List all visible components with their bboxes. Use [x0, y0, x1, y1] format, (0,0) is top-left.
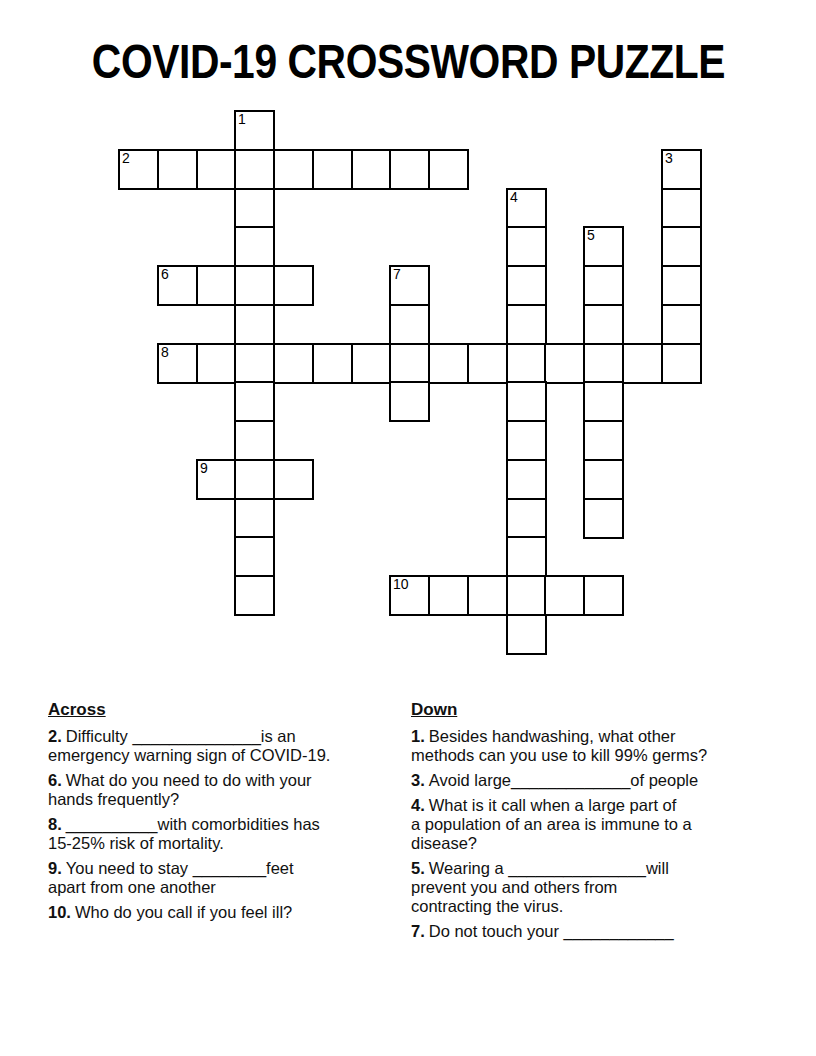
- clue-across-9: 9.You need to stay ________feetapart fro…: [48, 859, 404, 897]
- clue-line: apart from one another: [48, 878, 404, 897]
- clue-line: emergency warning sign of COVID-19.: [48, 746, 404, 765]
- grid-clue-number-4: 4: [510, 190, 518, 205]
- clue-number-label: 3.: [411, 771, 425, 789]
- down-clues-section: Down 1.Besides handwashing, what otherme…: [411, 700, 779, 947]
- grid-cell-r4c10[interactable]: [506, 265, 547, 306]
- down-heading: Down: [411, 700, 779, 720]
- page: { "game": "crossword", "title": "COVID-1…: [0, 0, 816, 1056]
- grid-cell-r1c4[interactable]: [273, 149, 314, 190]
- grid-cell-r1c8[interactable]: [428, 149, 469, 190]
- grid-cell-r6c11[interactable]: [544, 343, 585, 384]
- puzzle-title: COVID-19 CROSSWORD PUZZLE: [91, 34, 724, 89]
- clue-line: 5.Wearing a _______________will: [411, 859, 779, 878]
- grid-cell-r1c7[interactable]: [389, 149, 430, 190]
- grid-cell-r12c12[interactable]: [583, 575, 624, 616]
- clue-line: 9.You need to stay ________feet: [48, 859, 404, 878]
- grid-cell-r12c3[interactable]: [234, 575, 275, 616]
- clue-line: 8.__________with comorbidities has: [48, 815, 404, 834]
- grid-cell-r6c7[interactable]: [389, 343, 430, 384]
- clue-line: a population of an area is immune to a: [411, 815, 779, 834]
- grid-cell-r9c3[interactable]: [234, 459, 275, 500]
- grid-clue-number-7: 7: [393, 267, 401, 282]
- grid-cell-r6c6[interactable]: [351, 343, 392, 384]
- clue-down-4: 4.What is it call when a large part ofa …: [411, 796, 779, 853]
- clue-number-label: 7.: [411, 922, 425, 940]
- grid-clue-number-2: 2: [122, 151, 130, 166]
- grid-cell-r2c14[interactable]: [661, 188, 702, 229]
- grid-cell-r6c8[interactable]: [428, 343, 469, 384]
- grid-cell-r9c12[interactable]: [583, 459, 624, 500]
- clue-line: 1.Besides handwashing, what other: [411, 727, 779, 746]
- grid-cell-r12c7[interactable]: 10: [389, 575, 430, 616]
- clue-number-label: 5.: [411, 859, 425, 877]
- grid-cell-r4c2[interactable]: [196, 265, 237, 306]
- grid-cell-r0c3[interactable]: 1: [234, 110, 275, 151]
- grid-cell-r7c10[interactable]: [506, 381, 547, 422]
- clue-down-5: 5.Wearing a _______________willprevent y…: [411, 859, 779, 916]
- grid-cell-r4c1[interactable]: 6: [157, 265, 198, 306]
- clue-number-label: 9.: [48, 859, 62, 877]
- crossword-grid: 12345678910: [118, 110, 704, 658]
- grid-cell-r10c12[interactable]: [583, 498, 624, 539]
- clue-line: 6.What do you need to do with your: [48, 771, 404, 790]
- grid-cell-r6c10[interactable]: [506, 343, 547, 384]
- clue-number-label: 6.: [48, 771, 62, 789]
- grid-cell-r5c3[interactable]: [234, 304, 275, 345]
- grid-cell-r7c12[interactable]: [583, 381, 624, 422]
- grid-cell-r1c2[interactable]: [196, 149, 237, 190]
- grid-cell-r6c2[interactable]: [196, 343, 237, 384]
- clue-number-label: 8.: [48, 815, 62, 833]
- clue-line: prevent you and others from: [411, 878, 779, 897]
- grid-cell-r6c13[interactable]: [622, 343, 663, 384]
- grid-clue-number-8: 8: [161, 345, 169, 360]
- grid-cell-r8c12[interactable]: [583, 420, 624, 461]
- grid-cell-r2c3[interactable]: [234, 188, 275, 229]
- grid-cell-r12c10[interactable]: [506, 575, 547, 616]
- grid-cell-r10c3[interactable]: [234, 498, 275, 539]
- grid-cell-r7c7[interactable]: [389, 381, 430, 422]
- grid-cell-r5c12[interactable]: [583, 304, 624, 345]
- grid-cell-r5c7[interactable]: [389, 304, 430, 345]
- grid-cell-r8c3[interactable]: [234, 420, 275, 461]
- grid-cell-r1c3[interactable]: [234, 149, 275, 190]
- grid-cell-r10c10[interactable]: [506, 498, 547, 539]
- grid-cell-r2c10[interactable]: 4: [506, 188, 547, 229]
- clue-across-10: 10.Who do you call if you feel ill?: [48, 903, 404, 922]
- grid-cell-r11c10[interactable]: [506, 536, 547, 577]
- title-bar: COVID-19 CROSSWORD PUZZLE: [0, 34, 816, 89]
- grid-cell-r6c1[interactable]: 8: [157, 343, 198, 384]
- grid-cell-r6c5[interactable]: [312, 343, 353, 384]
- grid-clue-number-6: 6: [161, 267, 169, 282]
- grid-cell-r1c6[interactable]: [351, 149, 392, 190]
- grid-cell-r4c7[interactable]: 7: [389, 265, 430, 306]
- clue-line: 3.Avoid large_____________of people: [411, 771, 779, 790]
- grid-cell-r12c11[interactable]: [544, 575, 585, 616]
- grid-clue-number-3: 3: [665, 151, 673, 166]
- grid-cell-r8c10[interactable]: [506, 420, 547, 461]
- grid-cell-r9c10[interactable]: [506, 459, 547, 500]
- grid-cell-r4c12[interactable]: [583, 265, 624, 306]
- clue-line: 2.Difficulty ______________is an: [48, 727, 404, 746]
- grid-cell-r6c4[interactable]: [273, 343, 314, 384]
- grid-cell-r1c0[interactable]: 2: [118, 149, 159, 190]
- grid-cell-r6c14[interactable]: [661, 343, 702, 384]
- grid-cell-r4c3[interactable]: [234, 265, 275, 306]
- grid-cell-r12c9[interactable]: [467, 575, 508, 616]
- clue-number-label: 1.: [411, 727, 425, 745]
- grid-cell-r3c12[interactable]: 5: [583, 226, 624, 267]
- clue-across-8: 8.__________with comorbidities has15-25%…: [48, 815, 404, 853]
- clue-line: disease?: [411, 834, 779, 853]
- grid-cell-r3c3[interactable]: [234, 226, 275, 267]
- clue-line: 4.What is it call when a large part of: [411, 796, 779, 815]
- grid-cell-r5c10[interactable]: [506, 304, 547, 345]
- grid-cell-r6c12[interactable]: [583, 343, 624, 384]
- clue-across-2: 2.Difficulty ______________is anemergenc…: [48, 727, 404, 765]
- grid-cell-r6c3[interactable]: [234, 343, 275, 384]
- grid-cell-r11c3[interactable]: [234, 536, 275, 577]
- clue-line: 7.Do not touch your ____________: [411, 922, 779, 941]
- clue-number-label: 10.: [48, 903, 71, 921]
- clue-line: 10.Who do you call if you feel ill?: [48, 903, 404, 922]
- clue-down-1: 1.Besides handwashing, what othermethods…: [411, 727, 779, 765]
- grid-cell-r12c8[interactable]: [428, 575, 469, 616]
- clue-down-3: 3.Avoid large_____________of people: [411, 771, 779, 790]
- grid-cell-r1c14[interactable]: 3: [661, 149, 702, 190]
- clue-line: methods can you use to kill 99% germs?: [411, 746, 779, 765]
- grid-cell-r7c3[interactable]: [234, 381, 275, 422]
- grid-cell-r4c14[interactable]: [661, 265, 702, 306]
- grid-cell-r3c10[interactable]: [506, 226, 547, 267]
- grid-cell-r3c14[interactable]: [661, 226, 702, 267]
- across-clues-section: Across 2.Difficulty ______________is ane…: [48, 700, 404, 928]
- clue-across-6: 6.What do you need to do with yourhands …: [48, 771, 404, 809]
- grid-cell-r9c4[interactable]: [273, 459, 314, 500]
- down-clue-list: 1.Besides handwashing, what othermethods…: [411, 727, 779, 941]
- clue-line: hands frequently?: [48, 790, 404, 809]
- grid-cell-r4c4[interactable]: [273, 265, 314, 306]
- grid-cell-r9c2[interactable]: 9: [196, 459, 237, 500]
- grid-cell-r6c9[interactable]: [467, 343, 508, 384]
- grid-clue-number-10: 10: [393, 577, 409, 592]
- clue-number-label: 4.: [411, 796, 425, 814]
- grid-clue-number-9: 9: [200, 461, 208, 476]
- grid-clue-number-5: 5: [587, 228, 595, 243]
- grid-clue-number-1: 1: [238, 112, 246, 127]
- grid-cell-r13c10[interactable]: [506, 614, 547, 655]
- clue-line: contracting the virus.: [411, 897, 779, 916]
- across-heading: Across: [48, 700, 404, 720]
- grid-cell-r1c1[interactable]: [157, 149, 198, 190]
- grid-cell-r5c14[interactable]: [661, 304, 702, 345]
- clue-down-7: 7.Do not touch your ____________: [411, 922, 779, 941]
- across-clue-list: 2.Difficulty ______________is anemergenc…: [48, 727, 404, 922]
- grid-cell-r1c5[interactable]: [312, 149, 353, 190]
- clue-number-label: 2.: [48, 727, 62, 745]
- clue-line: 15-25% risk of mortality.: [48, 834, 404, 853]
